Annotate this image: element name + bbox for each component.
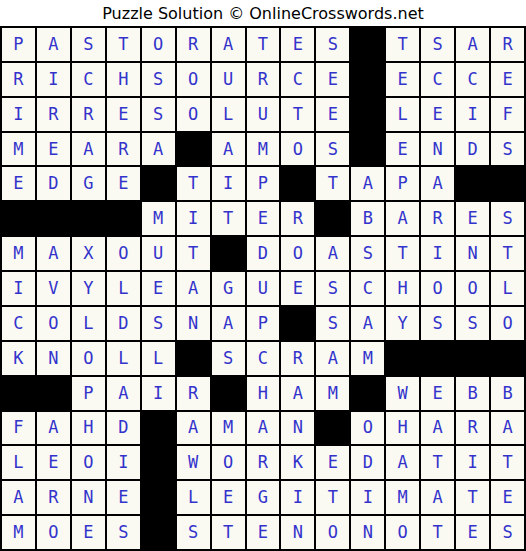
letter-cell-r13c3: O: [72, 446, 105, 479]
letter-cell-r13c12: A: [386, 446, 419, 479]
letter-cell-r10c7: S: [212, 342, 245, 375]
block-cell-r10c15: [491, 342, 524, 375]
block-cell-r13c5: [142, 446, 175, 479]
letter-cell-r3c12: L: [386, 98, 419, 131]
letter-cell-r2c7: U: [212, 63, 245, 96]
letter-cell-r10c9: R: [281, 342, 314, 375]
letter-cell-r14c12: M: [386, 481, 419, 514]
block-cell-r6c4: [107, 202, 140, 235]
letter-cell-r8c7: G: [212, 272, 245, 305]
letter-cell-r1c8: T: [247, 28, 280, 61]
block-cell-r7c7: [212, 237, 245, 270]
letter-cell-r11c12: W: [386, 377, 419, 410]
block-cell-r10c6: [177, 342, 210, 375]
letter-cell-r7c5: U: [142, 237, 175, 270]
letter-cell-r11c13: E: [421, 377, 454, 410]
letter-cell-r1c4: T: [107, 28, 140, 61]
letter-cell-r6c15: S: [491, 202, 524, 235]
letter-cell-r3c13: E: [421, 98, 454, 131]
letter-cell-r7c9: O: [281, 237, 314, 270]
letter-cell-r7c1: M: [2, 237, 35, 270]
letter-cell-r1c12: T: [386, 28, 419, 61]
letter-cell-r9c1: C: [2, 307, 35, 340]
letter-cell-r12c12: H: [386, 412, 419, 445]
letter-cell-r2c14: C: [456, 63, 489, 96]
letter-cell-r8c12: H: [386, 272, 419, 305]
letter-cell-r13c9: K: [281, 446, 314, 479]
letter-cell-r12c8: A: [247, 412, 280, 445]
block-cell-r10c12: [386, 342, 419, 375]
letter-cell-r12c14: R: [456, 412, 489, 445]
letter-cell-r15c15: S: [491, 516, 524, 549]
letter-cell-r4c9: O: [281, 133, 314, 166]
letter-cell-r3c3: R: [72, 98, 105, 131]
letter-cell-r12c4: D: [107, 412, 140, 445]
letter-cell-r6c9: R: [281, 202, 314, 235]
letter-cell-r5c10: T: [316, 167, 349, 200]
letter-cell-r15c9: N: [281, 516, 314, 549]
letter-cell-r2c5: S: [142, 63, 175, 96]
letter-cell-r9c5: S: [142, 307, 175, 340]
block-cell-r15c5: [142, 516, 175, 549]
letter-cell-r13c14: I: [456, 446, 489, 479]
letter-cell-r10c4: L: [107, 342, 140, 375]
letter-cell-r14c3: N: [72, 481, 105, 514]
block-cell-r10c13: [421, 342, 454, 375]
letter-cell-r6c12: A: [386, 202, 419, 235]
letter-cell-r3c8: U: [247, 98, 280, 131]
letter-cell-r15c11: N: [351, 516, 384, 549]
letter-cell-r1c5: O: [142, 28, 175, 61]
letter-cell-r9c15: O: [491, 307, 524, 340]
letter-cell-r3c2: R: [37, 98, 70, 131]
letter-cell-r3c6: O: [177, 98, 210, 131]
block-cell-r5c15: [491, 167, 524, 200]
block-cell-r6c10: [316, 202, 349, 235]
letter-cell-r2c12: E: [386, 63, 419, 96]
letter-cell-r2c10: E: [316, 63, 349, 96]
letter-cell-r1c6: R: [177, 28, 210, 61]
letter-cell-r15c14: E: [456, 516, 489, 549]
letter-cell-r15c13: T: [421, 516, 454, 549]
letter-cell-r8c13: O: [421, 272, 454, 305]
letter-cell-r9c2: O: [37, 307, 70, 340]
letter-cell-r15c10: O: [316, 516, 349, 549]
letter-cell-r7c8: D: [247, 237, 280, 270]
letter-cell-r7c15: T: [491, 237, 524, 270]
block-cell-r6c2: [37, 202, 70, 235]
letter-cell-r4c7: A: [212, 133, 245, 166]
letter-cell-r5c13: A: [421, 167, 454, 200]
letter-cell-r2c8: R: [247, 63, 280, 96]
letter-cell-r6c13: R: [421, 202, 454, 235]
letter-cell-r3c15: F: [491, 98, 524, 131]
letter-cell-r14c6: L: [177, 481, 210, 514]
letter-cell-r6c14: E: [456, 202, 489, 235]
block-cell-r11c11: [351, 377, 384, 410]
letter-cell-r13c2: E: [37, 446, 70, 479]
letter-cell-r2c1: R: [2, 63, 35, 96]
letter-cell-r5c11: A: [351, 167, 384, 200]
letter-cell-r10c8: C: [247, 342, 280, 375]
letter-cell-r8c15: L: [491, 272, 524, 305]
block-cell-r1c11: [351, 28, 384, 61]
letter-cell-r7c10: A: [316, 237, 349, 270]
letter-cell-r3c9: T: [281, 98, 314, 131]
letter-cell-r5c3: G: [72, 167, 105, 200]
letter-cell-r14c4: E: [107, 481, 140, 514]
letter-cell-r7c12: T: [386, 237, 419, 270]
letter-cell-r9c7: A: [212, 307, 245, 340]
letter-cell-r9c8: P: [247, 307, 280, 340]
letter-cell-r13c15: T: [491, 446, 524, 479]
letter-cell-r4c14: D: [456, 133, 489, 166]
letter-cell-r2c4: H: [107, 63, 140, 96]
letter-cell-r2c9: C: [281, 63, 314, 96]
letter-cell-r13c7: O: [212, 446, 245, 479]
letter-cell-r7c3: X: [72, 237, 105, 270]
letter-cell-r13c1: L: [2, 446, 35, 479]
block-cell-r4c6: [177, 133, 210, 166]
letter-cell-r1c1: P: [2, 28, 35, 61]
letter-cell-r14c8: G: [247, 481, 280, 514]
letter-cell-r11c5: I: [142, 377, 175, 410]
letter-cell-r12c9: N: [281, 412, 314, 445]
letter-cell-r9c10: S: [316, 307, 349, 340]
letter-cell-r15c2: O: [37, 516, 70, 549]
letter-cell-r6c8: E: [247, 202, 280, 235]
letter-cell-r4c15: S: [491, 133, 524, 166]
letter-cell-r7c13: I: [421, 237, 454, 270]
letter-cell-r4c2: E: [37, 133, 70, 166]
letter-cell-r6c5: M: [142, 202, 175, 235]
letter-cell-r14c14: T: [456, 481, 489, 514]
letter-cell-r4c8: M: [247, 133, 280, 166]
page-title: Puzzle Solution © OnlineCrosswords.net: [0, 0, 526, 26]
letter-cell-r8c4: L: [107, 272, 140, 305]
letter-cell-r11c10: M: [316, 377, 349, 410]
letter-cell-r2c6: O: [177, 63, 210, 96]
letter-cell-r8c2: V: [37, 272, 70, 305]
letter-cell-r4c1: M: [2, 133, 35, 166]
letter-cell-r12c1: F: [2, 412, 35, 445]
letter-cell-r7c14: N: [456, 237, 489, 270]
block-cell-r5c5: [142, 167, 175, 200]
letter-cell-r6c6: I: [177, 202, 210, 235]
letter-cell-r15c4: S: [107, 516, 140, 549]
letter-cell-r5c2: D: [37, 167, 70, 200]
block-cell-r11c7: [212, 377, 245, 410]
block-cell-r14c5: [142, 481, 175, 514]
crossword-grid: PASTORATESTSARRICHSOURCEECCEIRRESOLUTELE…: [0, 26, 526, 551]
letter-cell-r8c11: C: [351, 272, 384, 305]
letter-cell-r6c7: T: [212, 202, 245, 235]
letter-cell-r1c10: S: [316, 28, 349, 61]
letter-cell-r1c13: S: [421, 28, 454, 61]
letter-cell-r5c4: E: [107, 167, 140, 200]
block-cell-r10c14: [456, 342, 489, 375]
letter-cell-r5c7: I: [212, 167, 245, 200]
letter-cell-r4c3: A: [72, 133, 105, 166]
letter-cell-r12c2: A: [37, 412, 70, 445]
letter-cell-r9c4: D: [107, 307, 140, 340]
letter-cell-r10c10: A: [316, 342, 349, 375]
letter-cell-r1c2: A: [37, 28, 70, 61]
letter-cell-r15c6: S: [177, 516, 210, 549]
letter-cell-r14c10: T: [316, 481, 349, 514]
letter-cell-r3c4: E: [107, 98, 140, 131]
letter-cell-r13c6: W: [177, 446, 210, 479]
letter-cell-r5c1: E: [2, 167, 35, 200]
letter-cell-r13c4: I: [107, 446, 140, 479]
letter-cell-r8c9: E: [281, 272, 314, 305]
block-cell-r5c9: [281, 167, 314, 200]
letter-cell-r15c3: E: [72, 516, 105, 549]
letter-cell-r11c6: R: [177, 377, 210, 410]
letter-cell-r8c6: A: [177, 272, 210, 305]
letter-cell-r4c13: N: [421, 133, 454, 166]
block-cell-r9c9: [281, 307, 314, 340]
letter-cell-r12c6: A: [177, 412, 210, 445]
block-cell-r12c10: [316, 412, 349, 445]
letter-cell-r15c7: T: [212, 516, 245, 549]
letter-cell-r1c9: E: [281, 28, 314, 61]
letter-cell-r5c12: P: [386, 167, 419, 200]
letter-cell-r2c2: I: [37, 63, 70, 96]
letter-cell-r15c8: E: [247, 516, 280, 549]
letter-cell-r7c11: S: [351, 237, 384, 270]
letter-cell-r3c14: I: [456, 98, 489, 131]
block-cell-r12c5: [142, 412, 175, 445]
letter-cell-r2c3: C: [72, 63, 105, 96]
letter-cell-r8c3: Y: [72, 272, 105, 305]
letter-cell-r5c8: P: [247, 167, 280, 200]
letter-cell-r3c10: E: [316, 98, 349, 131]
letter-cell-r10c1: K: [2, 342, 35, 375]
letter-cell-r9c14: S: [456, 307, 489, 340]
letter-cell-r7c4: O: [107, 237, 140, 270]
letter-cell-r3c5: S: [142, 98, 175, 131]
letter-cell-r15c12: O: [386, 516, 419, 549]
letter-cell-r2c15: E: [491, 63, 524, 96]
letter-cell-r9c12: Y: [386, 307, 419, 340]
letter-cell-r1c3: S: [72, 28, 105, 61]
block-cell-r11c2: [37, 377, 70, 410]
block-cell-r5c14: [456, 167, 489, 200]
letter-cell-r4c12: E: [386, 133, 419, 166]
letter-cell-r7c2: A: [37, 237, 70, 270]
letter-cell-r11c14: B: [456, 377, 489, 410]
letter-cell-r4c10: S: [316, 133, 349, 166]
letter-cell-r9c6: N: [177, 307, 210, 340]
letter-cell-r6c11: B: [351, 202, 384, 235]
letter-cell-r14c15: E: [491, 481, 524, 514]
letter-cell-r14c11: I: [351, 481, 384, 514]
letter-cell-r11c8: H: [247, 377, 280, 410]
letter-cell-r13c13: T: [421, 446, 454, 479]
letter-cell-r11c9: A: [281, 377, 314, 410]
block-cell-r2c11: [351, 63, 384, 96]
block-cell-r6c1: [2, 202, 35, 235]
letter-cell-r13c8: R: [247, 446, 280, 479]
letter-cell-r12c3: H: [72, 412, 105, 445]
letter-cell-r7c6: T: [177, 237, 210, 270]
letter-cell-r8c1: I: [2, 272, 35, 305]
block-cell-r4c11: [351, 133, 384, 166]
letter-cell-r8c5: E: [142, 272, 175, 305]
letter-cell-r11c15: B: [491, 377, 524, 410]
block-cell-r3c11: [351, 98, 384, 131]
letter-cell-r9c3: L: [72, 307, 105, 340]
letter-cell-r14c7: E: [212, 481, 245, 514]
letter-cell-r1c15: R: [491, 28, 524, 61]
letter-cell-r10c11: M: [351, 342, 384, 375]
letter-cell-r9c11: A: [351, 307, 384, 340]
letter-cell-r10c2: N: [37, 342, 70, 375]
letter-cell-r1c14: A: [456, 28, 489, 61]
letter-cell-r11c4: A: [107, 377, 140, 410]
letter-cell-r9c13: S: [421, 307, 454, 340]
letter-cell-r10c5: L: [142, 342, 175, 375]
letter-cell-r14c9: I: [281, 481, 314, 514]
letter-cell-r5c6: T: [177, 167, 210, 200]
letter-cell-r12c13: A: [421, 412, 454, 445]
letter-cell-r12c15: A: [491, 412, 524, 445]
letter-cell-r4c5: A: [142, 133, 175, 166]
letter-cell-r12c7: M: [212, 412, 245, 445]
letter-cell-r13c10: E: [316, 446, 349, 479]
letter-cell-r1c7: A: [212, 28, 245, 61]
letter-cell-r15c1: M: [2, 516, 35, 549]
block-cell-r11c1: [2, 377, 35, 410]
letter-cell-r12c11: O: [351, 412, 384, 445]
letter-cell-r13c11: D: [351, 446, 384, 479]
letter-cell-r8c14: O: [456, 272, 489, 305]
letter-cell-r3c7: L: [212, 98, 245, 131]
letter-cell-r2c13: C: [421, 63, 454, 96]
letter-cell-r14c13: A: [421, 481, 454, 514]
letter-cell-r8c10: S: [316, 272, 349, 305]
letter-cell-r14c1: A: [2, 481, 35, 514]
block-cell-r6c3: [72, 202, 105, 235]
letter-cell-r10c3: O: [72, 342, 105, 375]
letter-cell-r3c1: I: [2, 98, 35, 131]
letter-cell-r11c3: P: [72, 377, 105, 410]
letter-cell-r8c8: U: [247, 272, 280, 305]
letter-cell-r14c2: R: [37, 481, 70, 514]
letter-cell-r4c4: R: [107, 133, 140, 166]
